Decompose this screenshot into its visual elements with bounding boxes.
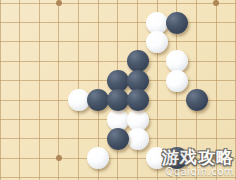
- grid-hline-0: [0, 3, 236, 4]
- gomoku-board[interactable]: 游戏攻略 Qqaiqin.com: [0, 0, 236, 180]
- grid-hline-9: [0, 177, 236, 178]
- white-stone-c5-r8: [87, 147, 109, 169]
- black-stone-c10-r5: [186, 89, 208, 111]
- black-stone-c9-r8: [166, 147, 188, 169]
- black-stone-c7-r5: [127, 89, 149, 111]
- grid-vline-3: [58, 0, 59, 180]
- white-stone-c8-r2: [146, 31, 168, 53]
- grid-hline-3: [0, 61, 236, 62]
- grid-vline-11: [216, 0, 217, 180]
- grid-vline-1: [19, 0, 20, 180]
- star-point-2: [56, 155, 62, 161]
- grid-vline-0: [0, 0, 1, 180]
- black-stone-c9-r1: [166, 12, 188, 34]
- star-point-1: [213, 0, 219, 6]
- grid-hline-8: [0, 158, 236, 159]
- grid-vline-12: [235, 0, 236, 180]
- white-stone-c7-r7: [127, 128, 149, 150]
- white-stone-c9-r4: [166, 70, 188, 92]
- star-point-3: [213, 155, 219, 161]
- grid-hline-1: [0, 22, 236, 23]
- grid-vline-2: [39, 0, 40, 180]
- grid-hline-2: [0, 41, 236, 42]
- star-point-0: [56, 0, 62, 6]
- black-stone-c6-r7: [107, 128, 129, 150]
